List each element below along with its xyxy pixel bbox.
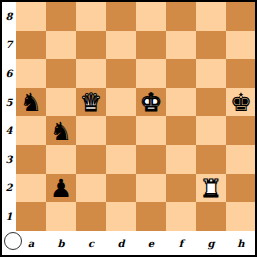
- square-b5[interactable]: [46, 88, 76, 117]
- square-c5[interactable]: ♛: [76, 88, 106, 117]
- square-a7[interactable]: [16, 31, 46, 60]
- square-g5[interactable]: [196, 88, 226, 117]
- rank-label-6: 6: [2, 59, 16, 88]
- file-label-d: d: [106, 233, 136, 254]
- black-knight-piece[interactable]: ♞: [20, 89, 42, 116]
- rank-label-4: 4: [2, 116, 16, 145]
- file-label-b: b: [46, 233, 76, 254]
- square-g7[interactable]: [196, 31, 226, 60]
- square-g2[interactable]: ♜: [196, 174, 226, 203]
- square-a4[interactable]: [16, 116, 46, 145]
- square-b1[interactable]: [46, 202, 76, 231]
- black-pawn-piece[interactable]: ♟: [50, 175, 72, 202]
- square-b7[interactable]: [46, 31, 76, 60]
- square-d6[interactable]: [106, 59, 136, 88]
- square-f7[interactable]: [166, 31, 196, 60]
- square-a8[interactable]: [16, 2, 46, 31]
- square-f3[interactable]: [166, 145, 196, 174]
- rank-label-7: 7: [2, 31, 16, 60]
- square-b8[interactable]: [46, 2, 76, 31]
- square-h7[interactable]: [226, 31, 256, 60]
- file-label-c: c: [76, 233, 106, 254]
- rank-label-8: 8: [2, 2, 16, 31]
- square-e5[interactable]: ♚: [136, 88, 166, 117]
- black-knight-piece[interactable]: ♞: [50, 118, 72, 145]
- file-label-g: g: [196, 233, 226, 254]
- square-f8[interactable]: [166, 2, 196, 31]
- square-g3[interactable]: [196, 145, 226, 174]
- square-d4[interactable]: [106, 116, 136, 145]
- rank-label-1: 1: [2, 202, 16, 231]
- white-queen-piece[interactable]: ♛: [80, 89, 102, 116]
- rank-label-2: 2: [2, 174, 16, 203]
- square-f4[interactable]: [166, 116, 196, 145]
- square-f5[interactable]: [166, 88, 196, 117]
- square-c2[interactable]: [76, 174, 106, 203]
- white-rook-piece[interactable]: ♜: [200, 175, 222, 202]
- rank-label-5: 5: [2, 88, 16, 117]
- square-b3[interactable]: [46, 145, 76, 174]
- square-g6[interactable]: [196, 59, 226, 88]
- square-a2[interactable]: [16, 174, 46, 203]
- white-king-piece[interactable]: ♚: [140, 89, 162, 116]
- square-e2[interactable]: [136, 174, 166, 203]
- side-to-move-indicator: [4, 232, 22, 250]
- square-f1[interactable]: [166, 202, 196, 231]
- black-king-piece[interactable]: ♚: [230, 89, 252, 116]
- square-c6[interactable]: [76, 59, 106, 88]
- file-label-f: f: [166, 233, 196, 254]
- square-e6[interactable]: [136, 59, 166, 88]
- square-c1[interactable]: [76, 202, 106, 231]
- square-h8[interactable]: [226, 2, 256, 31]
- square-e7[interactable]: [136, 31, 166, 60]
- square-d8[interactable]: [106, 2, 136, 31]
- file-label-e: e: [136, 233, 166, 254]
- square-c7[interactable]: [76, 31, 106, 60]
- square-e4[interactable]: [136, 116, 166, 145]
- file-label-h: h: [226, 233, 256, 254]
- file-labels: abcdefgh: [16, 233, 256, 254]
- rank-labels: 87654321: [2, 2, 16, 231]
- square-c4[interactable]: [76, 116, 106, 145]
- square-h6[interactable]: [226, 59, 256, 88]
- square-f2[interactable]: [166, 174, 196, 203]
- square-g4[interactable]: [196, 116, 226, 145]
- square-d2[interactable]: [106, 174, 136, 203]
- square-d5[interactable]: [106, 88, 136, 117]
- square-g1[interactable]: [196, 202, 226, 231]
- square-h5[interactable]: ♚: [226, 88, 256, 117]
- square-b2[interactable]: ♟: [46, 174, 76, 203]
- rank-label-3: 3: [2, 145, 16, 174]
- square-h1[interactable]: [226, 202, 256, 231]
- chess-diagram: 87654321 ♞♛♚♚♞♟♜ abcdefgh: [0, 0, 257, 257]
- square-e3[interactable]: [136, 145, 166, 174]
- square-h4[interactable]: [226, 116, 256, 145]
- square-a3[interactable]: [16, 145, 46, 174]
- square-d7[interactable]: [106, 31, 136, 60]
- square-a6[interactable]: [16, 59, 46, 88]
- square-b6[interactable]: [46, 59, 76, 88]
- square-e1[interactable]: [136, 202, 166, 231]
- square-c8[interactable]: [76, 2, 106, 31]
- square-c3[interactable]: [76, 145, 106, 174]
- square-g8[interactable]: [196, 2, 226, 31]
- square-d1[interactable]: [106, 202, 136, 231]
- square-h2[interactable]: [226, 174, 256, 203]
- square-f6[interactable]: [166, 59, 196, 88]
- square-h3[interactable]: [226, 145, 256, 174]
- board: ♞♛♚♚♞♟♜: [16, 2, 256, 231]
- square-d3[interactable]: [106, 145, 136, 174]
- square-a1[interactable]: [16, 202, 46, 231]
- square-a5[interactable]: ♞: [16, 88, 46, 117]
- square-e8[interactable]: [136, 2, 166, 31]
- square-b4[interactable]: ♞: [46, 116, 76, 145]
